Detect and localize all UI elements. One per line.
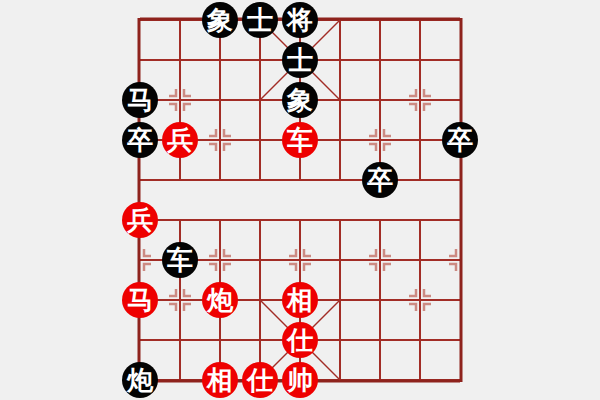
piece-red-soldier[interactable]: 兵	[122, 202, 158, 238]
piece-red-advisor[interactable]: 仕	[242, 362, 278, 398]
piece-black-chariot[interactable]: 车	[162, 242, 198, 278]
piece-red-horse[interactable]: 马	[122, 282, 158, 318]
piece-black-advisor[interactable]: 士	[282, 42, 318, 78]
piece-red-elephant[interactable]: 相	[282, 282, 318, 318]
piece-red-chariot[interactable]: 车	[282, 122, 318, 158]
piece-black-general[interactable]: 将	[282, 2, 318, 38]
piece-black-soldier[interactable]: 卒	[442, 122, 478, 158]
piece-black-cannon[interactable]: 炮	[122, 362, 158, 398]
piece-red-advisor[interactable]: 仕	[282, 322, 318, 358]
piece-black-advisor[interactable]: 士	[242, 2, 278, 38]
xiangqi-board: 象士将士马象卒兵车卒卒兵车马炮相仕炮相仕帅	[0, 0, 600, 400]
piece-black-elephant[interactable]: 象	[282, 82, 318, 118]
piece-black-elephant[interactable]: 象	[202, 2, 238, 38]
piece-black-soldier[interactable]: 卒	[122, 122, 158, 158]
piece-red-elephant[interactable]: 相	[202, 362, 238, 398]
piece-red-soldier[interactable]: 兵	[162, 122, 198, 158]
piece-red-general[interactable]: 帅	[282, 362, 318, 398]
piece-black-soldier[interactable]: 卒	[362, 162, 398, 198]
piece-red-cannon[interactable]: 炮	[202, 282, 238, 318]
piece-black-horse[interactable]: 马	[122, 82, 158, 118]
